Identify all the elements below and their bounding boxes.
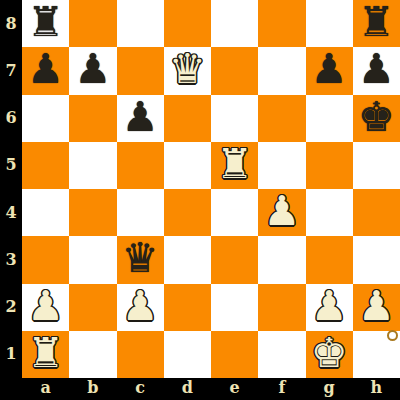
rank-label-7: 7 [0,47,22,94]
square-a2[interactable]: ♟ [22,284,69,331]
rank-label-5: 5 [0,142,22,189]
square-h3[interactable] [353,236,400,283]
square-a3[interactable] [22,236,69,283]
square-h2[interactable]: ♟ [353,284,400,331]
rank-label-6: 6 [0,95,22,142]
file-label-f: f [258,378,305,400]
square-c2[interactable]: ♟ [117,284,164,331]
square-d7[interactable]: ♛ [164,47,211,94]
square-b8[interactable] [69,0,116,47]
chess-board: ♜♜♟♟♛♟♟♟♚♜♟♛♟♟♟♟♜♚ [22,0,400,378]
square-b1[interactable] [69,331,116,378]
file-label-e: e [211,378,258,400]
square-e8[interactable] [211,0,258,47]
square-c7[interactable] [117,47,164,94]
square-c8[interactable] [117,0,164,47]
square-g8[interactable] [306,0,353,47]
piece-black-pawn: ♟ [122,97,159,138]
piece-black-rook: ♜ [358,2,395,43]
square-g6[interactable] [306,95,353,142]
square-b4[interactable] [69,189,116,236]
square-h7[interactable]: ♟ [353,47,400,94]
piece-black-pawn: ♟ [358,49,395,90]
square-e5[interactable]: ♜ [211,142,258,189]
square-c5[interactable] [117,142,164,189]
file-labels: abcdefgh [22,378,400,400]
square-a7[interactable]: ♟ [22,47,69,94]
piece-black-pawn: ♟ [311,49,348,90]
square-d2[interactable] [164,284,211,331]
square-h4[interactable] [353,189,400,236]
square-g3[interactable] [306,236,353,283]
square-d4[interactable] [164,189,211,236]
rank-label-2: 2 [0,284,22,331]
piece-white-pawn: ♟ [122,286,159,327]
square-f5[interactable] [258,142,305,189]
file-label-a: a [22,378,69,400]
file-label-c: c [117,378,164,400]
square-g2[interactable]: ♟ [306,284,353,331]
square-g4[interactable] [306,189,353,236]
rank-label-4: 4 [0,189,22,236]
square-a8[interactable]: ♜ [22,0,69,47]
square-c3[interactable]: ♛ [117,236,164,283]
file-label-d: d [164,378,211,400]
square-g7[interactable]: ♟ [306,47,353,94]
piece-white-pawn: ♟ [358,286,395,327]
square-b7[interactable]: ♟ [69,47,116,94]
square-f4[interactable]: ♟ [258,189,305,236]
square-c6[interactable]: ♟ [117,95,164,142]
square-d3[interactable] [164,236,211,283]
piece-white-rook: ♜ [27,333,64,374]
square-e2[interactable] [211,284,258,331]
square-a6[interactable] [22,95,69,142]
square-c1[interactable] [117,331,164,378]
square-e7[interactable] [211,47,258,94]
file-label-g: g [306,378,353,400]
piece-black-rook: ♜ [27,2,64,43]
file-label-h: h [353,378,400,400]
square-d8[interactable] [164,0,211,47]
square-e4[interactable] [211,189,258,236]
square-b2[interactable] [69,284,116,331]
rank-labels: 87654321 [0,0,22,378]
square-d5[interactable] [164,142,211,189]
square-g1[interactable]: ♚ [306,331,353,378]
rank-label-8: 8 [0,0,22,47]
square-h5[interactable] [353,142,400,189]
square-c4[interactable] [117,189,164,236]
square-b6[interactable] [69,95,116,142]
square-f1[interactable] [258,331,305,378]
square-f6[interactable] [258,95,305,142]
square-a1[interactable]: ♜ [22,331,69,378]
square-d1[interactable] [164,331,211,378]
square-a5[interactable] [22,142,69,189]
square-h6[interactable]: ♚ [353,95,400,142]
piece-black-pawn: ♟ [27,49,64,90]
square-d6[interactable] [164,95,211,142]
piece-white-pawn: ♟ [311,286,348,327]
square-a4[interactable] [22,189,69,236]
square-b3[interactable] [69,236,116,283]
square-f7[interactable] [258,47,305,94]
square-b5[interactable] [69,142,116,189]
square-f3[interactable] [258,236,305,283]
square-f2[interactable] [258,284,305,331]
square-e3[interactable] [211,236,258,283]
piece-black-pawn: ♟ [74,49,111,90]
piece-white-queen: ♛ [169,49,206,90]
square-e1[interactable] [211,331,258,378]
piece-white-rook: ♜ [216,144,253,185]
rank-label-3: 3 [0,236,22,283]
piece-white-pawn: ♟ [263,191,300,232]
piece-black-king: ♚ [358,97,395,138]
piece-white-pawn: ♟ [27,286,64,327]
chess-diagram: ♜♜♟♟♛♟♟♟♚♜♟♛♟♟♟♟♜♚ 87654321 abcdefgh [0,0,400,400]
file-label-b: b [69,378,116,400]
side-to-move-indicator [387,330,398,341]
square-g5[interactable] [306,142,353,189]
piece-black-queen: ♛ [122,238,159,279]
piece-white-king: ♚ [311,333,348,374]
rank-label-1: 1 [0,331,22,378]
square-e6[interactable] [211,95,258,142]
square-h8[interactable]: ♜ [353,0,400,47]
square-f8[interactable] [258,0,305,47]
